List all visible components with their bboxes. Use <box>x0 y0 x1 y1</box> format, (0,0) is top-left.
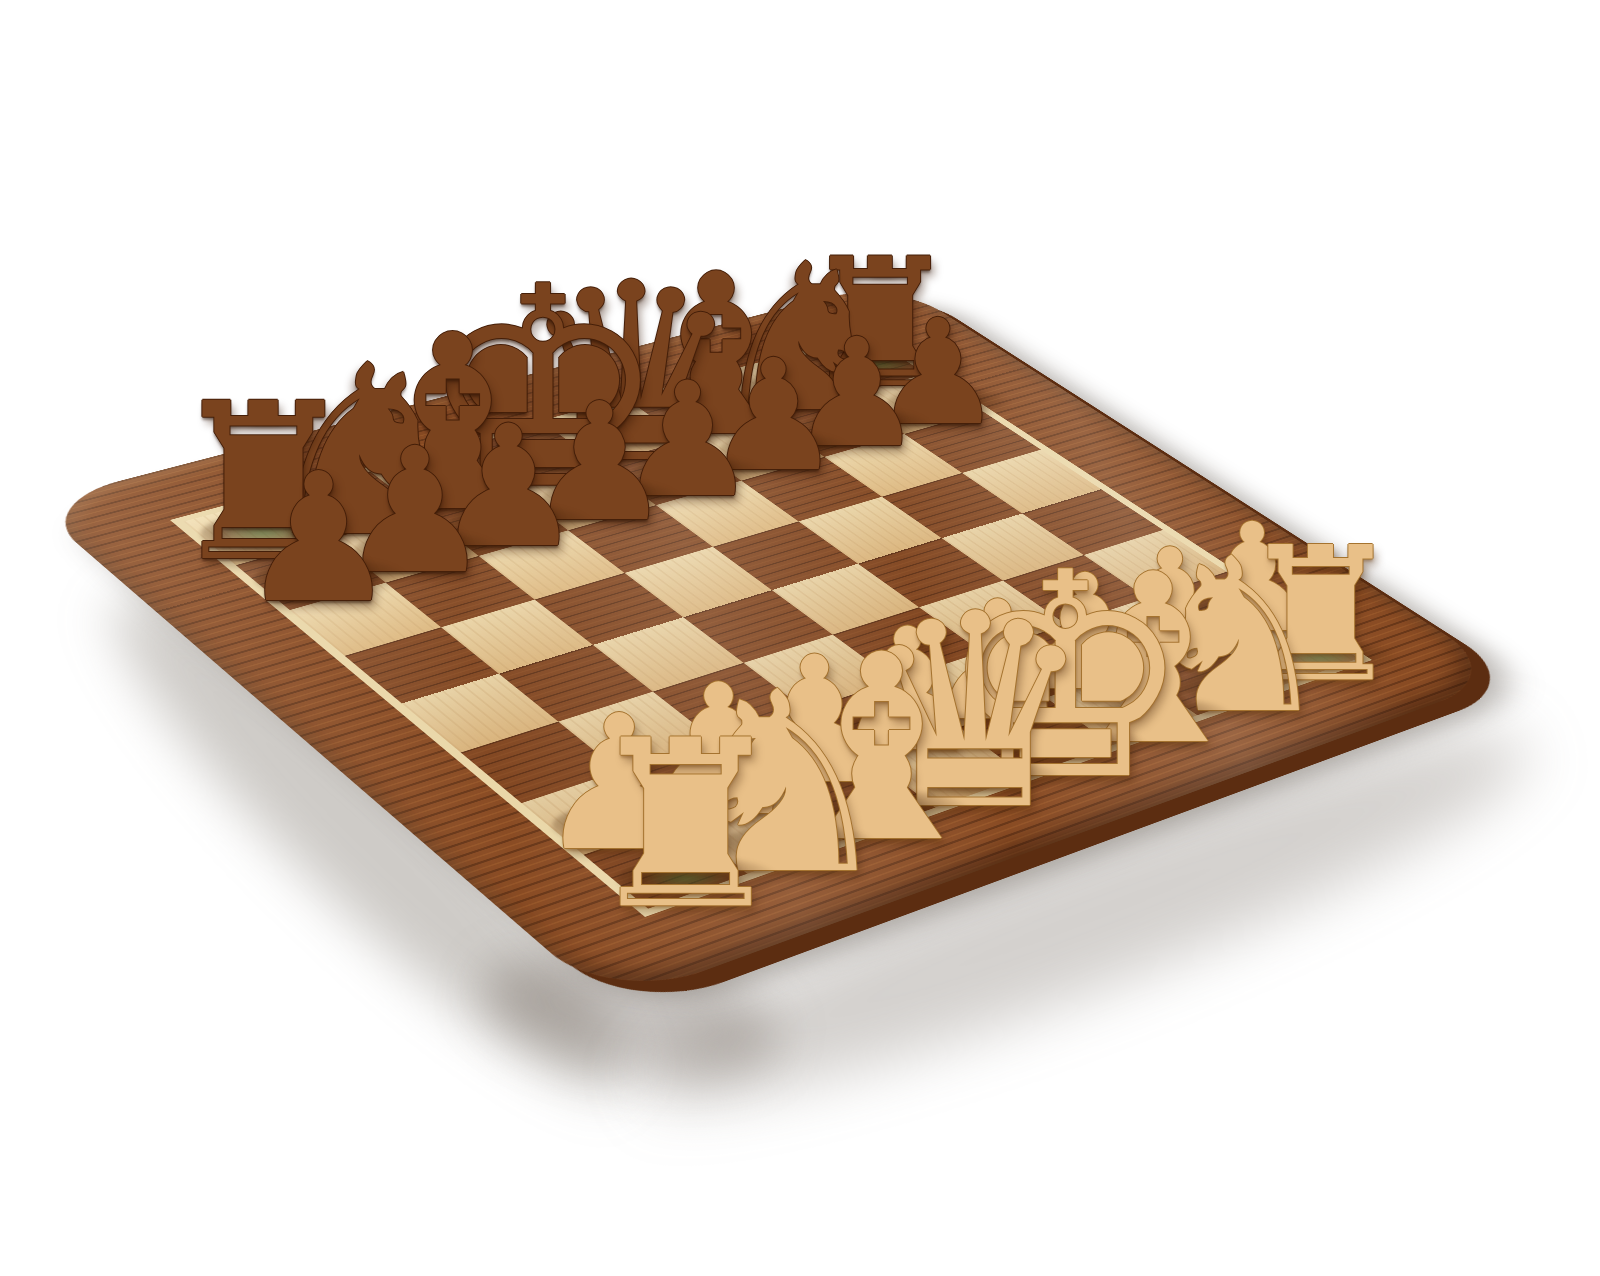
pieces-layer: ♜♞♝♚♛♝♞♜♟♟♟♟♟♟♟♟♟♟♟♟♟♟♟♟♜♞♝♛♚♝♞♜ <box>0 0 1600 1276</box>
chess-set-photo: ♜♞♝♚♛♝♞♜♟♟♟♟♟♟♟♟♟♟♟♟♟♟♟♟♜♞♝♛♚♝♞♜ <box>0 0 1600 1276</box>
piece-white-rook[interactable]: ♜ <box>582 710 789 941</box>
piece-black-pawn[interactable]: ♟ <box>239 450 399 628</box>
